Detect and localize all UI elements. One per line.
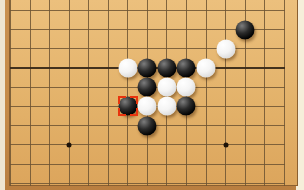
marker-corner-br	[130, 108, 138, 116]
marker-corner-tl	[118, 96, 126, 104]
last-move-marker	[118, 96, 138, 116]
star-point	[223, 142, 228, 147]
grid-horizontal-line	[10, 164, 285, 165]
marker-corner-tr	[130, 96, 138, 104]
grid-vertical-line	[206, 0, 207, 186]
white-stone	[157, 97, 176, 116]
black-stone	[236, 20, 255, 39]
grid-vertical-line	[127, 0, 128, 186]
grid-vertical-line	[10, 0, 11, 186]
white-stone	[216, 39, 235, 58]
grid-vertical-line	[108, 0, 109, 186]
black-stone	[138, 116, 157, 135]
grid-vertical-line	[284, 0, 285, 186]
grid-horizontal-line	[10, 48, 285, 49]
black-stone	[157, 59, 176, 78]
black-stone	[177, 59, 196, 78]
grid-vertical-line	[225, 0, 226, 186]
white-stone	[197, 59, 216, 78]
black-stone	[138, 59, 157, 78]
black-stone	[138, 78, 157, 97]
grid-vertical-line	[88, 0, 89, 186]
grid-horizontal-line	[10, 10, 285, 11]
white-stone	[138, 97, 157, 116]
grid-vertical-line	[69, 0, 70, 186]
grid-vertical-line	[30, 0, 31, 186]
white-stone	[177, 78, 196, 97]
gomoku-board[interactable]	[9, 0, 298, 186]
star-point	[67, 142, 72, 147]
grid-vertical-line	[49, 0, 50, 186]
white-stone	[157, 78, 176, 97]
black-stone	[177, 97, 196, 116]
grid-vertical-line	[264, 0, 265, 186]
grid-horizontal-line	[10, 144, 285, 145]
marker-corner-bl	[118, 108, 126, 116]
grid-horizontal-line	[10, 183, 285, 184]
white-stone	[118, 59, 137, 78]
